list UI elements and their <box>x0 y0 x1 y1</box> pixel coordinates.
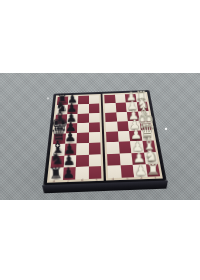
square-e8: ♚ <box>54 123 66 133</box>
chess-set-photo: ♜♟♞♟♝♟♚♟♛♟♝♟♞♟♜♟8765 ♟♜♟♞♟♝♟♚♟♛♟♝♟♞♟♜432… <box>0 73 200 200</box>
square-f5 <box>89 113 100 123</box>
square-c1: ♝ <box>142 141 156 153</box>
piece-white-queen: ♛ <box>139 122 156 141</box>
square-e3 <box>117 121 129 131</box>
square-e1: ♚ <box>139 120 152 130</box>
square-b7: ♟ <box>63 155 76 167</box>
square-e7: ♟ <box>66 123 78 133</box>
square-f4 <box>105 112 117 122</box>
square-e4 <box>106 121 118 131</box>
edge-coordinate-label: 4 <box>112 178 114 181</box>
board-scene: ♜♟♞♟♝♟♚♟♛♟♝♟♞♟♜♟8765 ♟♜♟♞♟♝♟♚♟♛♟♝♟♞♟♜432… <box>47 76 159 188</box>
square-d6 <box>77 133 89 144</box>
square-c4 <box>106 142 119 154</box>
edge-coordinate-label: 1 <box>154 176 157 179</box>
board-tilt-wrapper: ♜♟♞♟♝♟♚♟♛♟♝♟♞♟♜♟8765 ♟♜♟♞♟♝♟♚♟♛♟♝♟♞♟♜432… <box>0 69 200 204</box>
square-d4 <box>106 131 118 142</box>
square-d5 <box>88 132 100 143</box>
square-g5 <box>89 104 100 113</box>
edge-coordinate-label: 3 <box>126 177 128 180</box>
square-f8: ♝ <box>55 114 67 124</box>
square-g7: ♟ <box>67 105 78 114</box>
piece-black-pawn: ♟ <box>62 165 76 180</box>
square-g1: ♞ <box>136 102 148 111</box>
square-c5 <box>88 143 100 155</box>
edge-coordinate-label: 6 <box>81 179 83 182</box>
square-g8: ♞ <box>56 105 67 114</box>
board-right-half: ♟♜♟♞♟♝♟♚♟♛♟♝♟♞♟♜4321 <box>102 92 162 180</box>
square-f1: ♝ <box>138 111 151 121</box>
piece-black-pawn: ♟ <box>64 130 77 144</box>
square-c8: ♝ <box>52 144 65 156</box>
chess-board: ♜♟♞♟♝♟♚♟♛♟♝♟♞♟♜♟8765 ♟♜♟♞♟♝♟♚♟♛♟♝♟♞♟♜432… <box>43 90 167 186</box>
piece-black-pawn: ♟ <box>63 153 76 168</box>
square-f7: ♟ <box>66 114 77 124</box>
square-b8: ♞ <box>51 155 64 167</box>
square-e6 <box>77 123 89 133</box>
piece-white-rook: ♜ <box>135 89 147 102</box>
board-left-half: ♜♟♞♟♝♟♚♟♛♟♝♟♞♟♜♟8765 <box>47 94 104 183</box>
edge-coordinate-label: 7 <box>67 179 69 182</box>
piece-black-rook: ♜ <box>56 92 68 105</box>
square-f6 <box>77 113 88 123</box>
square-e5 <box>89 122 100 132</box>
square-d1: ♛ <box>140 130 153 141</box>
square-b5 <box>88 154 101 166</box>
edge-coordinate-label: 5 <box>95 178 97 181</box>
square-d8: ♛ <box>53 133 66 144</box>
square-g6 <box>78 104 89 113</box>
square-b1: ♞ <box>144 152 158 164</box>
piece-black-pawn: ♟ <box>67 93 78 105</box>
square-a4 <box>108 165 122 178</box>
edge-coordinate-label: 2 <box>140 176 143 179</box>
product-photo-page: ♜♟♞♟♝♟♚♟♛♟♝♟♞♟♜♟8765 ♟♜♟♞♟♝♟♚♟♛♟♝♟♞♟♜432… <box>0 0 200 280</box>
piece-black-pawn: ♟ <box>63 141 76 155</box>
square-a8: ♜ <box>49 167 63 180</box>
edge-coordinate-label: 8 <box>53 180 55 183</box>
square-b6 <box>76 154 89 166</box>
square-c7: ♟ <box>64 144 77 156</box>
square-c6 <box>76 143 88 155</box>
piece-white-knight: ♞ <box>144 147 159 164</box>
square-g4 <box>105 103 116 112</box>
square-a1: ♜ <box>145 164 160 177</box>
square-d7: ♟ <box>65 133 77 144</box>
square-b4 <box>107 153 120 165</box>
